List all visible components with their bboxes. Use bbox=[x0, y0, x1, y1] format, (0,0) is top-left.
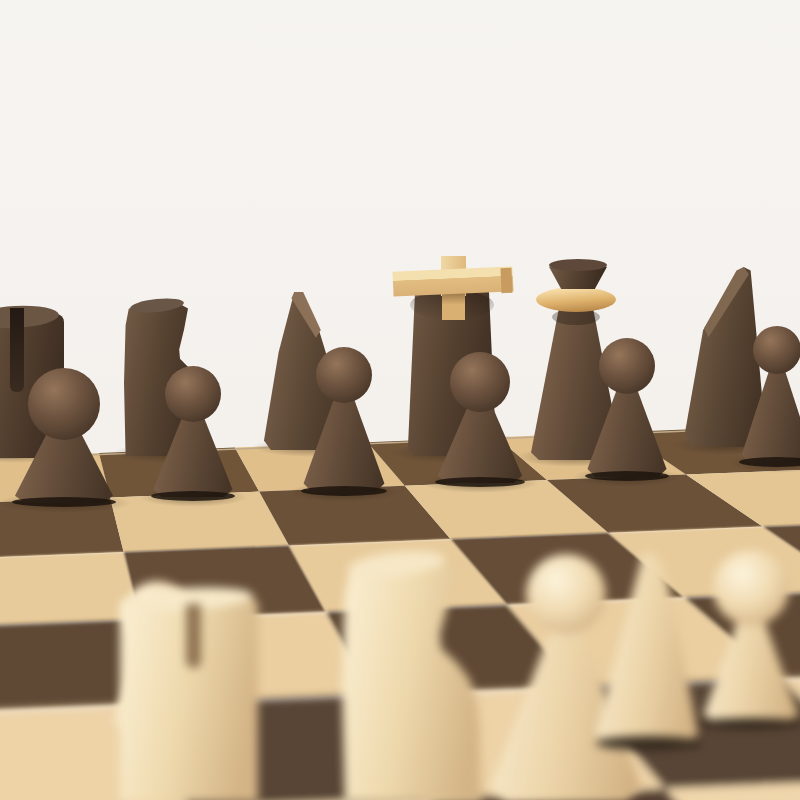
square-a6 bbox=[0, 552, 140, 627]
square-a7 bbox=[0, 498, 124, 559]
square-a4 bbox=[0, 704, 187, 800]
square-a8 bbox=[0, 453, 110, 504]
chess-board bbox=[0, 0, 800, 800]
chess-photo-scene bbox=[0, 0, 800, 800]
square-a5 bbox=[0, 619, 161, 712]
square-b8 bbox=[99, 448, 259, 498]
square-b7 bbox=[110, 492, 289, 552]
